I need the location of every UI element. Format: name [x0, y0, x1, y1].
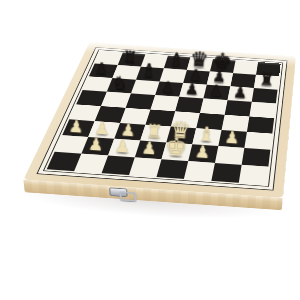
latch-clasp-icon	[109, 187, 137, 201]
square-h4	[247, 116, 274, 133]
square-g1	[211, 163, 241, 183]
piece-black-rook: ♜	[122, 48, 138, 65]
hinge-tab	[288, 133, 289, 149]
piece-white-pawn: ♟	[88, 136, 105, 154]
square-f1	[184, 161, 215, 181]
square-a2	[55, 135, 89, 153]
piece-black-rook: ♜	[258, 70, 274, 88]
scene-tilt: ♜♝♛♚♟♝♟♟♜♞♟♟♟♟♟♟♟♜♛♝♟♟♟♟♚♟	[0, 0, 300, 300]
board-inner-border: ♜♝♛♚♟♝♟♟♜♞♟♟♟♟♟♟♟♜♛♝♟♟♟♟♚♟	[43, 50, 283, 187]
piece-white-king: ♚	[164, 133, 188, 159]
clasp-hasp	[119, 191, 136, 201]
square-g5	[225, 100, 252, 116]
piece-white-pawn: ♟	[68, 118, 84, 136]
chess-set-case: ♜♝♛♚♟♝♟♟♜♞♟♟♟♟♟♟♟♜♛♝♟♟♟♟♚♟	[23, 42, 295, 198]
piece-white-pawn: ♟	[194, 143, 211, 161]
square-b2: ♟	[81, 137, 114, 156]
piece-black-pawn: ♟	[233, 84, 248, 100]
square-e2: ♚	[162, 142, 193, 161]
piece-black-pawn: ♟	[94, 61, 109, 77]
board-outer-border: ♜♝♛♚♟♝♟♟♜♞♟♟♟♟♟♟♟♜♛♝♟♟♟♟♚♟	[36, 47, 287, 190]
piece-black-pawn: ♟	[161, 79, 176, 95]
piece-black-pawn: ♟	[185, 81, 200, 97]
piece-black-pawn: ♟	[209, 82, 224, 98]
square-h2	[242, 148, 271, 167]
square-g3: ♟	[218, 130, 247, 148]
piece-white-pawn: ♟	[224, 129, 240, 147]
square-h3	[244, 132, 272, 150]
piece-black-knight: ♞	[112, 74, 129, 92]
square-h1	[239, 165, 269, 185]
piece-black-bishop: ♝	[168, 50, 185, 68]
product-photo: ♜♝♛♚♟♝♟♟♜♞♟♟♟♟♟♟♟♜♛♝♟♟♟♟♚♟	[0, 0, 300, 300]
piece-white-pawn: ♟	[141, 139, 158, 157]
square-f5	[200, 99, 228, 115]
square-f2: ♟	[188, 144, 218, 163]
square-g2	[215, 146, 244, 165]
scene-perspective: ♜♝♛♚♟♝♟♟♜♞♟♟♟♟♟♟♟♜♛♝♟♟♟♟♚♟	[23, 0, 300, 198]
square-c1	[102, 156, 135, 176]
board-grid: ♜♝♛♚♟♝♟♟♜♞♟♟♟♟♟♟♟♜♛♝♟♟♟♟♚♟	[47, 51, 281, 185]
square-e1	[156, 159, 188, 179]
piece-black-bishop: ♝	[140, 61, 157, 80]
piece-white-pawn: ♟	[114, 138, 131, 156]
square-d2: ♟	[135, 141, 166, 160]
